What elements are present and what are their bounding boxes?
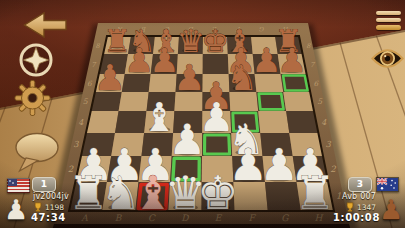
white-player-rating-row: 1198 [33, 202, 64, 212]
view-eye-icon[interactable] [370, 45, 405, 72]
piece-white-K-e1[interactable]: ♚ [197, 166, 238, 220]
white-pawn-indicator-icon: ♟ [4, 196, 28, 223]
white-player-clock: 47:34 [31, 212, 66, 223]
black-player-rating: 1347 [357, 203, 376, 212]
piece-black-P-a6[interactable]: ♟ [94, 57, 126, 98]
black-player-clock: 1:00:08 [298, 212, 380, 223]
black-player-badge: 3 [348, 177, 372, 192]
trophy-icon [33, 202, 43, 212]
piece-black-P-h7[interactable]: ♟ [277, 41, 307, 80]
square-h4[interactable] [286, 111, 318, 133]
white-player-rating: 1198 [45, 203, 64, 212]
brown-pawn-indicator-icon: ♟ [379, 196, 403, 223]
chess-app-screen: AABBCCDDEEFFGGHH1122334455667788♜♞♝♛♚♝♜♟… [0, 0, 405, 228]
trophy-icon [345, 202, 355, 212]
australia-flag-icon [376, 177, 399, 192]
black-player-name: Avb 007 [300, 192, 376, 201]
black-player-rating-row: 1347 [300, 202, 376, 212]
chat-bubble-icon[interactable] [12, 131, 62, 175]
coordinate-label: G [281, 213, 289, 223]
back-arrow-icon[interactable] [21, 9, 68, 41]
white-player-badge: 1 [32, 177, 56, 192]
menu-icon[interactable] [376, 8, 401, 32]
settings-gear-icon[interactable] [13, 79, 52, 117]
us-flag-icon [7, 178, 30, 193]
white-player-name: jv2004jv [33, 192, 69, 201]
compass-icon[interactable] [16, 41, 56, 79]
square-h5[interactable] [283, 92, 314, 111]
